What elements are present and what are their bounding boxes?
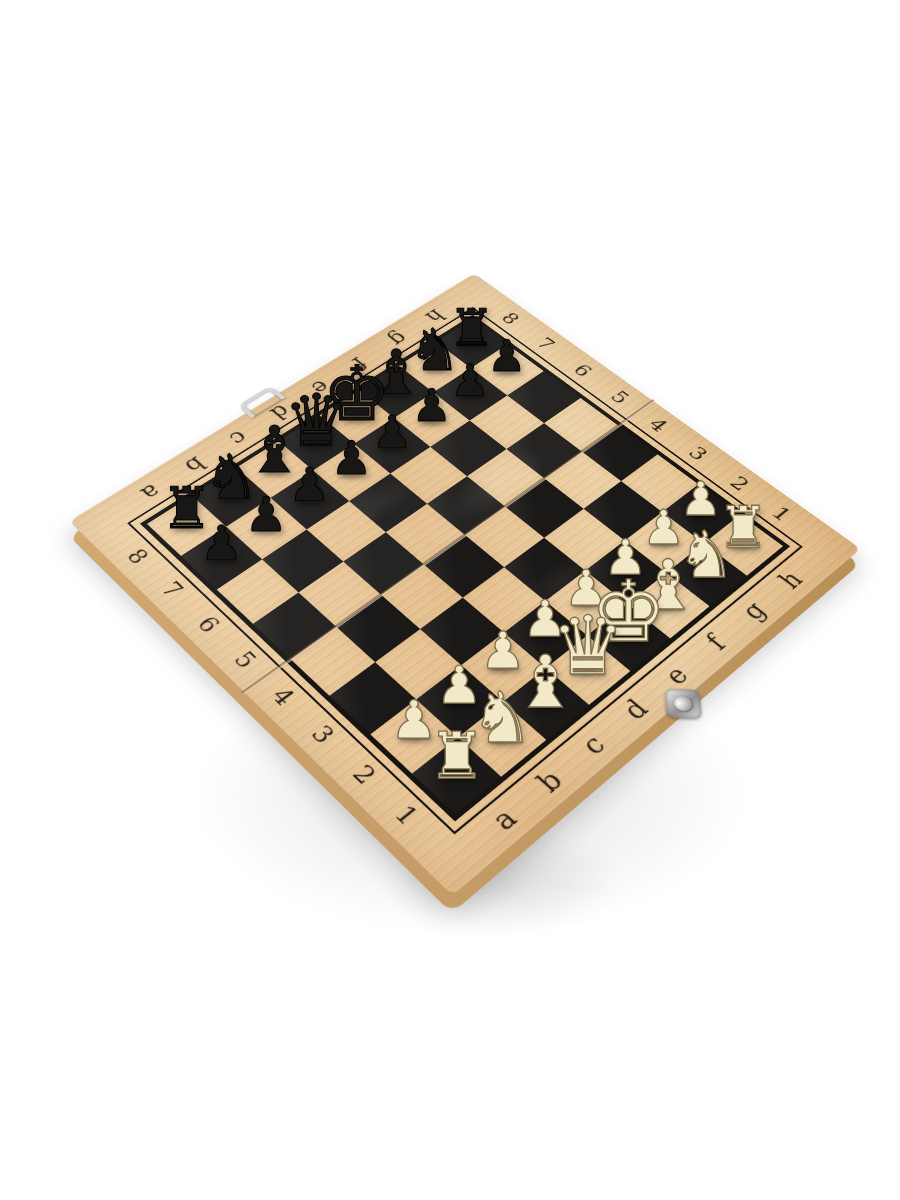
file-label-white-side-e: e	[659, 662, 692, 689]
square-b1	[458, 702, 546, 777]
rank-label-kingside-5: 5	[606, 388, 633, 407]
square-f2	[585, 541, 666, 604]
file-label-black-side-b: b	[180, 453, 209, 476]
file-label-white-side-h: h	[774, 567, 807, 592]
square-b3	[376, 629, 461, 698]
square-d3	[463, 567, 545, 632]
rank-label-queenside-3: 3	[306, 722, 339, 749]
rank-label-kingside-1: 1	[768, 503, 796, 524]
square-b6	[262, 529, 343, 592]
square-d2	[503, 601, 587, 668]
square-b2	[416, 665, 502, 737]
square-b4	[336, 595, 420, 662]
square-d4	[424, 535, 505, 598]
file-label-white-side-g: g	[737, 597, 770, 623]
file-label-black-side-e: e	[307, 377, 334, 397]
rank-label-kingside-3: 3	[684, 444, 711, 464]
square-c3	[420, 598, 504, 665]
square-a4	[291, 627, 376, 696]
file-label-white-side-d: d	[618, 695, 652, 724]
square-e2	[545, 570, 627, 635]
rank-label-kingside-6: 6	[569, 361, 595, 379]
file-label-white-side-f: f	[701, 631, 729, 654]
square-e3	[504, 538, 585, 601]
rank-label-queenside-5: 5	[229, 648, 261, 673]
file-label-black-side-h: h	[421, 307, 449, 326]
square-g1	[666, 543, 747, 606]
square-f1	[627, 573, 709, 638]
rank-label-queenside-6: 6	[192, 612, 223, 636]
file-label-black-side-g: g	[384, 329, 412, 349]
file-label-black-side-a: a	[136, 481, 165, 504]
square-e1	[587, 604, 671, 671]
rank-label-kingside-2: 2	[725, 473, 752, 494]
rank-label-kingside-4: 4	[645, 416, 672, 435]
rank-label-queenside-7: 7	[157, 578, 188, 601]
rank-label-kingside-7: 7	[533, 335, 559, 353]
square-d1	[545, 635, 630, 705]
square-c5	[343, 532, 424, 595]
file-label-black-side-f: f	[348, 354, 371, 371]
square-a2	[370, 699, 458, 773]
square-c1	[502, 668, 588, 740]
file-label-white-side-c: c	[576, 730, 609, 758]
file-label-white-side-b: b	[532, 766, 567, 797]
rank-label-queenside-4: 4	[267, 684, 299, 710]
square-a3	[330, 662, 416, 734]
square-b5	[299, 562, 381, 627]
rank-label-queenside-2: 2	[347, 761, 380, 789]
scene: aabbccddeeffgghh8877665544332211 ♜♞♝♛♚♝♞…	[0, 0, 900, 1200]
square-a7	[181, 527, 262, 590]
rank-label-queenside-8: 8	[122, 546, 152, 569]
rank-label-kingside-8: 8	[497, 310, 523, 327]
file-label-black-side-c: c	[224, 427, 251, 448]
rank-label-queenside-1: 1	[390, 801, 424, 830]
square-a6	[216, 559, 298, 624]
square-a1	[412, 737, 502, 814]
square-a5	[253, 592, 337, 659]
square-c2	[460, 632, 545, 702]
file-label-white-side-a: a	[487, 803, 522, 834]
square-c4	[381, 565, 463, 630]
